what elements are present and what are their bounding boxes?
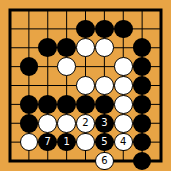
intersection-r5c1[interactable] — [1, 76, 20, 95]
intersection-r8c7[interactable]: 4 — [114, 133, 133, 152]
intersection-r5c5[interactable] — [76, 76, 95, 95]
intersection-r9c1[interactable] — [1, 152, 20, 171]
intersection-r7c6[interactable]: 3 — [95, 114, 114, 133]
intersection-r5c9[interactable] — [152, 76, 171, 95]
intersection-r9c5[interactable] — [76, 152, 95, 171]
black-stone[interactable] — [20, 114, 39, 133]
white-stone[interactable] — [95, 38, 114, 57]
intersection-r5c3[interactable] — [38, 76, 57, 95]
white-stone[interactable] — [114, 57, 133, 76]
intersection-r1c1[interactable] — [1, 1, 20, 20]
intersection-r7c5[interactable]: 2 — [76, 114, 95, 133]
intersection-r5c7[interactable] — [114, 76, 133, 95]
move-number-label: 7 — [45, 137, 51, 147]
intersection-r2c5[interactable] — [76, 19, 95, 38]
black-stone[interactable] — [95, 95, 114, 114]
intersection-r9c9[interactable] — [152, 152, 171, 171]
intersection-r9c2[interactable] — [19, 152, 38, 171]
intersection-r2c8[interactable] — [133, 19, 152, 38]
move-number-label: 3 — [101, 118, 107, 128]
white-stone[interactable] — [76, 38, 95, 57]
intersection-r1c6[interactable] — [95, 1, 114, 20]
intersection-r1c2[interactable] — [19, 1, 38, 20]
intersection-r1c4[interactable] — [57, 1, 76, 20]
move-number-label: 4 — [120, 137, 126, 147]
move-number-label: 5 — [101, 137, 107, 147]
intersection-r3c6[interactable] — [95, 38, 114, 57]
intersection-r7c4[interactable] — [57, 114, 76, 133]
intersection-r1c8[interactable] — [133, 1, 152, 20]
black-stone[interactable] — [20, 57, 39, 76]
intersection-r7c3[interactable] — [38, 114, 57, 133]
white-stone[interactable] — [76, 133, 95, 152]
white-stone[interactable]: 2 — [76, 114, 95, 133]
intersection-r9c4[interactable] — [57, 152, 76, 171]
intersection-r4c5[interactable] — [76, 57, 95, 76]
intersection-r9c8[interactable] — [133, 152, 152, 171]
intersection-r7c8[interactable] — [133, 114, 152, 133]
intersection-r9c6[interactable]: 6 — [95, 152, 114, 171]
intersection-r9c7[interactable] — [114, 152, 133, 171]
intersection-r4c8[interactable] — [133, 57, 152, 76]
intersection-r2c9[interactable] — [152, 19, 171, 38]
white-stone[interactable] — [95, 76, 114, 95]
black-stone[interactable]: 5 — [95, 133, 114, 152]
intersection-r7c1[interactable] — [1, 114, 20, 133]
intersection-r4c3[interactable] — [38, 57, 57, 76]
black-stone[interactable] — [76, 20, 95, 39]
intersection-r8c9[interactable] — [152, 133, 171, 152]
black-stone[interactable] — [133, 114, 152, 133]
intersection-r8c1[interactable] — [1, 133, 20, 152]
intersection-r6c8[interactable] — [133, 95, 152, 114]
intersection-r6c7[interactable] — [114, 95, 133, 114]
black-stone[interactable] — [133, 95, 152, 114]
intersection-r6c2[interactable] — [19, 95, 38, 114]
intersection-r8c6[interactable]: 5 — [95, 133, 114, 152]
black-stone[interactable] — [133, 76, 152, 95]
black-stone[interactable] — [95, 20, 114, 39]
intersection-r5c4[interactable] — [57, 76, 76, 95]
white-stone[interactable] — [20, 133, 39, 152]
white-stone[interactable] — [57, 57, 76, 76]
black-stone[interactable] — [114, 20, 133, 39]
white-stone[interactable]: 4 — [114, 133, 133, 152]
black-stone[interactable] — [57, 95, 76, 114]
intersection-r7c9[interactable] — [152, 114, 171, 133]
black-stone[interactable] — [133, 152, 152, 171]
intersection-r5c8[interactable] — [133, 76, 152, 95]
intersection-r3c9[interactable] — [152, 38, 171, 57]
intersection-r3c2[interactable] — [19, 38, 38, 57]
intersection-r2c2[interactable] — [19, 19, 38, 38]
intersection-r4c7[interactable] — [114, 57, 133, 76]
intersection-r8c2[interactable] — [19, 133, 38, 152]
board-grid: 2371546 — [1, 1, 171, 171]
move-number-label: 2 — [82, 118, 88, 128]
intersection-r8c4[interactable]: 1 — [57, 133, 76, 152]
black-stone[interactable] — [38, 95, 57, 114]
black-stone[interactable] — [133, 133, 152, 152]
intersection-r2c7[interactable] — [114, 19, 133, 38]
intersection-r4c6[interactable] — [95, 57, 114, 76]
intersection-r8c5[interactable] — [76, 133, 95, 152]
intersection-r6c9[interactable] — [152, 95, 171, 114]
intersection-r3c1[interactable] — [1, 38, 20, 57]
intersection-r6c5[interactable] — [76, 95, 95, 114]
intersection-r2c6[interactable] — [95, 19, 114, 38]
intersection-r1c7[interactable] — [114, 1, 133, 20]
white-stone[interactable] — [76, 76, 95, 95]
white-stone[interactable] — [114, 95, 133, 114]
intersection-r2c3[interactable] — [38, 19, 57, 38]
black-stone[interactable]: 3 — [95, 114, 114, 133]
intersection-r4c2[interactable] — [19, 57, 38, 76]
black-stone[interactable] — [76, 95, 95, 114]
intersection-r9c3[interactable] — [38, 152, 57, 171]
white-stone[interactable] — [38, 114, 57, 133]
intersection-r4c4[interactable] — [57, 57, 76, 76]
intersection-r1c5[interactable] — [76, 1, 95, 20]
intersection-r3c8[interactable] — [133, 38, 152, 57]
intersection-r6c3[interactable] — [38, 95, 57, 114]
intersection-r6c6[interactable] — [95, 95, 114, 114]
intersection-r2c4[interactable] — [57, 19, 76, 38]
intersection-r6c1[interactable] — [1, 95, 20, 114]
white-stone[interactable] — [114, 114, 133, 133]
intersection-r5c6[interactable] — [95, 76, 114, 95]
intersection-r8c3[interactable]: 7 — [38, 133, 57, 152]
intersection-r8c8[interactable] — [133, 133, 152, 152]
intersection-r3c7[interactable] — [114, 38, 133, 57]
black-stone[interactable] — [38, 38, 57, 57]
intersection-r3c3[interactable] — [38, 38, 57, 57]
intersection-r7c2[interactable] — [19, 114, 38, 133]
black-stone[interactable]: 7 — [38, 133, 57, 152]
intersection-r7c7[interactable] — [114, 114, 133, 133]
intersection-r5c2[interactable] — [19, 76, 38, 95]
intersection-r1c9[interactable] — [152, 1, 171, 20]
white-stone[interactable] — [114, 76, 133, 95]
black-stone[interactable]: 1 — [57, 133, 76, 152]
black-stone[interactable] — [57, 38, 76, 57]
intersection-r4c9[interactable] — [152, 57, 171, 76]
intersection-r1c3[interactable] — [38, 1, 57, 20]
intersection-r4c1[interactable] — [1, 57, 20, 76]
move-number-label: 1 — [63, 137, 69, 147]
black-stone[interactable] — [133, 57, 152, 76]
go-board: 2371546 — [0, 0, 171, 171]
intersection-r3c4[interactable] — [57, 38, 76, 57]
intersection-r3c5[interactable] — [76, 38, 95, 57]
black-stone[interactable] — [20, 95, 39, 114]
black-stone[interactable] — [133, 38, 152, 57]
move-number-label: 6 — [101, 156, 107, 166]
intersection-r6c4[interactable] — [57, 95, 76, 114]
white-stone[interactable]: 6 — [95, 152, 114, 171]
intersection-r2c1[interactable] — [1, 19, 20, 38]
white-stone[interactable] — [57, 114, 76, 133]
